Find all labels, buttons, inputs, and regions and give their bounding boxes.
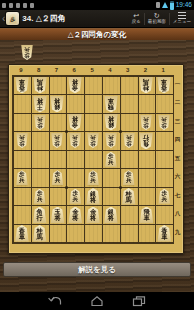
app-icon[interactable]: 歩 — [6, 12, 19, 25]
piece-kanji: 香車 — [19, 228, 25, 242]
square-34[interactable]: 歩兵 — [120, 132, 138, 151]
status-notification-icons — [2, 3, 34, 8]
piece-kanji: 金将 — [72, 77, 78, 91]
piece-kanji: 歩兵 — [19, 172, 25, 185]
square-91[interactable]: 香車 — [13, 76, 31, 95]
square-76[interactable]: 歩兵 — [49, 169, 67, 188]
square-87[interactable]: 歩兵 — [31, 187, 49, 206]
undo-icon: ↩ — [133, 12, 139, 19]
sente-silver-piece[interactable]: 銀将 — [86, 188, 100, 205]
gote-bishop-piece[interactable]: 角行 — [139, 133, 153, 150]
piece-kanji: 飛車 — [108, 96, 114, 110]
piece-kanji: 歩兵 — [126, 133, 132, 146]
piece-kanji: 歩兵 — [37, 191, 43, 204]
status-clock: 19:46 — [176, 0, 192, 10]
square-37[interactable]: 桂馬 — [120, 187, 138, 206]
gote-pawn-piece[interactable]: 歩兵 — [158, 115, 170, 130]
view-commentary-label: 解説を見る — [78, 265, 116, 275]
square-44[interactable]: 歩兵 — [102, 132, 120, 151]
rank-labels: 一 二 三 四 五 六 七 八 九 — [172, 75, 183, 242]
piece-kanji: 桂馬 — [37, 77, 43, 91]
action-bar: ‹ 歩 34. △２四角 ↩ 戻る ↻ 最初局面 メニュー — [0, 10, 194, 28]
square-82[interactable]: 王将 — [31, 95, 49, 114]
piece-kanji: 銀将 — [108, 209, 114, 223]
piece-kanji: 角行 — [37, 209, 43, 223]
star-point — [119, 186, 122, 189]
file-label: 7 — [48, 65, 66, 75]
piece-kanji: 銀将 — [108, 114, 114, 128]
gote-knight-piece[interactable]: 桂馬 — [33, 77, 47, 94]
square-99[interactable]: 香車 — [13, 224, 31, 243]
gote-pawn-piece[interactable]: 歩兵 — [105, 133, 117, 148]
file-label: 9 — [12, 65, 30, 75]
vibrate-icon — [156, 2, 160, 8]
square-54[interactable]: 歩兵 — [84, 132, 102, 151]
shogi-piece-icon: 歩 — [9, 14, 17, 24]
piece-kanji: 歩兵 — [24, 45, 30, 58]
sente-gold-piece[interactable]: 金将 — [86, 207, 100, 224]
sente-knight-piece[interactable]: 桂馬 — [122, 188, 136, 205]
sente-silver-piece[interactable]: 銀将 — [104, 207, 118, 224]
android-nav-bar — [0, 292, 194, 310]
piece-kanji: 歩兵 — [108, 154, 114, 167]
piece-kanji: 歩兵 — [37, 115, 43, 128]
square-19[interactable]: 香車 — [155, 224, 173, 243]
piece-kanji: 歩兵 — [19, 133, 25, 146]
rank-label: 五 — [172, 149, 183, 168]
piece-kanji: 桂馬 — [143, 77, 149, 91]
piece-kanji: 歩兵 — [161, 115, 167, 128]
square-58[interactable]: 金将 — [84, 206, 102, 225]
piece-kanji: 銀将 — [54, 96, 60, 110]
file-label: 3 — [119, 65, 137, 75]
gote-gold-piece[interactable]: 金将 — [68, 114, 82, 131]
rank-label: 六 — [172, 168, 183, 187]
square-23[interactable]: 歩兵 — [138, 113, 156, 132]
reset-icon: ↻ — [154, 12, 160, 19]
square-21[interactable]: 桂馬 — [138, 76, 156, 95]
piece-kanji: 歩兵 — [55, 172, 61, 185]
sente-pawn-piece[interactable]: 歩兵 — [158, 189, 170, 204]
gote-hand-tray[interactable]: 歩兵 — [21, 45, 33, 60]
sente-pawn-piece[interactable]: 歩兵 — [51, 170, 63, 185]
gote-silver-piece[interactable]: 銀将 — [104, 114, 118, 131]
board-grid[interactable]: 香車桂馬金将桂馬香車王将銀将飛車歩兵金将銀将歩兵歩兵歩兵歩兵歩兵歩兵歩兵歩兵角行… — [12, 75, 174, 244]
piece-kanji: 歩兵 — [108, 133, 114, 146]
gote-pawn-piece[interactable]: 歩兵 — [87, 133, 99, 148]
piece-kanji: 王将 — [37, 96, 43, 110]
piece-kanji: 歩兵 — [90, 133, 96, 146]
piece-kanji: 歩兵 — [72, 191, 78, 204]
piece-kanji: 歩兵 — [55, 133, 61, 146]
sente-rook-piece[interactable]: 飛車 — [139, 207, 153, 224]
square-78[interactable]: 玉将 — [49, 206, 67, 225]
gote-king-piece[interactable]: 王将 — [33, 96, 47, 113]
sente-bishop-piece[interactable]: 角行 — [33, 207, 47, 224]
rank-label: 三 — [172, 112, 183, 131]
piece-kanji: 飛車 — [143, 209, 149, 223]
android-status-bar: 19:46 — [0, 0, 194, 10]
gote-silver-piece[interactable]: 銀将 — [50, 96, 64, 113]
piece-kanji: 歩兵 — [161, 191, 167, 204]
sente-pawn-piece[interactable]: 歩兵 — [105, 152, 117, 167]
star-point — [119, 130, 122, 133]
square-68[interactable]: 金将 — [66, 206, 84, 225]
move-title: 34. △２四角 — [22, 13, 66, 24]
square-11[interactable]: 香車 — [155, 76, 173, 95]
gote-lance-piece[interactable]: 香車 — [15, 77, 29, 94]
piece-kanji: 銀将 — [90, 191, 96, 205]
rank-label: 九 — [172, 223, 183, 242]
file-label: 6 — [65, 65, 83, 75]
gote-pawn-piece[interactable]: 歩兵 — [16, 133, 28, 148]
rank-label: 二 — [172, 94, 183, 113]
file-label: 5 — [83, 65, 101, 75]
rank-label: 八 — [172, 205, 183, 224]
square-74[interactable]: 歩兵 — [49, 132, 67, 151]
reset-position-button[interactable]: ↻ 最初局面 — [145, 10, 169, 27]
square-83[interactable]: 歩兵 — [31, 113, 49, 132]
notification-icon — [30, 3, 34, 8]
square-48[interactable]: 銀将 — [102, 206, 120, 225]
battery-icon — [170, 1, 174, 10]
notification-icon — [9, 3, 13, 8]
variation-title: △２四同角の変化 — [68, 30, 126, 40]
sente-lance-piece[interactable]: 香車 — [157, 225, 171, 242]
piece-kanji: 歩兵 — [126, 172, 132, 185]
gote-pawn-piece[interactable]: 歩兵 — [123, 133, 135, 148]
piece-kanji: 香車 — [161, 228, 167, 242]
piece-kanji: 歩兵 — [144, 115, 150, 128]
square-42[interactable]: 飛車 — [102, 95, 120, 114]
piece-kanji: 桂馬 — [126, 191, 132, 205]
square-67[interactable]: 歩兵 — [66, 187, 84, 206]
file-label: 4 — [101, 65, 119, 75]
file-label: 8 — [30, 65, 48, 75]
sente-king-piece[interactable]: 玉将 — [50, 207, 64, 224]
file-label: 1 — [154, 65, 172, 75]
notification-icon — [16, 3, 20, 8]
sente-pawn-piece[interactable]: 歩兵 — [69, 189, 81, 204]
board-background: 歩兵 9 8 7 6 5 4 3 2 1 香車桂馬金将桂馬香車王将銀将飛車歩兵金… — [0, 40, 194, 292]
piece-kanji: 金将 — [72, 114, 78, 128]
gote-lance-piece[interactable]: 香車 — [157, 77, 171, 94]
square-36[interactable]: 歩兵 — [120, 169, 138, 188]
sente-pawn-piece[interactable]: 歩兵 — [34, 189, 46, 204]
file-label: 2 — [137, 65, 155, 75]
square-17[interactable]: 歩兵 — [155, 187, 173, 206]
piece-kanji: 香車 — [19, 77, 25, 91]
square-64[interactable]: 歩兵 — [66, 132, 84, 151]
square-43[interactable]: 銀将 — [102, 113, 120, 132]
square-88[interactable]: 角行 — [31, 206, 49, 225]
sente-gold-piece[interactable]: 金将 — [68, 207, 82, 224]
menu-icon — [178, 12, 186, 19]
variation-title-bar: △２四同角の変化 — [0, 28, 194, 40]
notification-icon — [2, 3, 6, 8]
file-labels: 9 8 7 6 5 4 3 2 1 — [12, 65, 172, 75]
recents-icon[interactable] — [131, 295, 147, 307]
piece-kanji: 香車 — [161, 77, 167, 91]
rank-label: 七 — [172, 186, 183, 205]
piece-kanji: 金将 — [90, 209, 96, 223]
square-81[interactable]: 桂馬 — [31, 76, 49, 95]
piece-kanji: 桂馬 — [37, 228, 43, 242]
gote-pawn-piece[interactable]: 歩兵 — [69, 133, 81, 148]
undo-button[interactable]: ↩ 戻る — [129, 10, 144, 27]
home-icon[interactable] — [89, 295, 105, 307]
gote-pawn-piece[interactable]: 歩兵 — [51, 133, 63, 148]
square-13[interactable]: 歩兵 — [155, 113, 173, 132]
sente-pawn-piece[interactable]: 歩兵 — [16, 170, 28, 185]
rank-label: 一 — [172, 75, 183, 94]
notification-icon — [23, 3, 27, 8]
piece-kanji: 歩兵 — [72, 133, 78, 146]
gote-rook-piece[interactable]: 飛車 — [104, 96, 118, 113]
square-89[interactable]: 桂馬 — [31, 224, 49, 243]
menu-button[interactable]: メニュー — [170, 10, 194, 27]
piece-kanji: 玉将 — [54, 209, 60, 223]
sente-lance-piece[interactable]: 香車 — [15, 225, 29, 242]
piece-kanji: 角行 — [143, 133, 149, 147]
square-45[interactable]: 歩兵 — [102, 150, 120, 169]
square-24[interactable]: 角行 — [138, 132, 156, 151]
square-94[interactable]: 歩兵 — [13, 132, 31, 151]
gote-pawn-piece[interactable]: 歩兵 — [34, 115, 46, 130]
square-57[interactable]: 銀将 — [84, 187, 102, 206]
square-61[interactable]: 金将 — [66, 76, 84, 95]
square-72[interactable]: 銀将 — [49, 95, 67, 114]
square-56[interactable]: 歩兵 — [84, 169, 102, 188]
back-icon[interactable] — [47, 295, 63, 307]
sente-pawn-piece[interactable]: 歩兵 — [123, 170, 135, 185]
shogi-board[interactable]: 9 8 7 6 5 4 3 2 1 香車桂馬金将桂馬香車王将銀将飛車歩兵金将銀将… — [8, 64, 184, 254]
square-63[interactable]: 金将 — [66, 113, 84, 132]
square-28[interactable]: 飛車 — [138, 206, 156, 225]
app-screen: 19:46 ‹ 歩 34. △２四角 ↩ 戻る ↻ 最初局面 メニュー — [0, 0, 194, 310]
up-caret-icon[interactable]: ‹ — [2, 11, 5, 27]
sente-knight-piece[interactable]: 桂馬 — [33, 225, 47, 242]
wifi-icon — [162, 2, 168, 8]
gote-pawn-piece[interactable]: 歩兵 — [140, 115, 152, 130]
gote-knight-piece[interactable]: 桂馬 — [139, 77, 153, 94]
gote-gold-piece[interactable]: 金将 — [68, 77, 82, 94]
square-96[interactable]: 歩兵 — [13, 169, 31, 188]
piece-kanji: 金将 — [72, 209, 78, 223]
view-commentary-button[interactable]: 解説を見る — [3, 262, 191, 277]
piece-kanji: 歩兵 — [90, 172, 96, 185]
rank-label: 四 — [172, 131, 183, 150]
gote-hand-pawn-piece[interactable]: 歩兵 — [21, 45, 33, 60]
sente-pawn-piece[interactable]: 歩兵 — [87, 170, 99, 185]
